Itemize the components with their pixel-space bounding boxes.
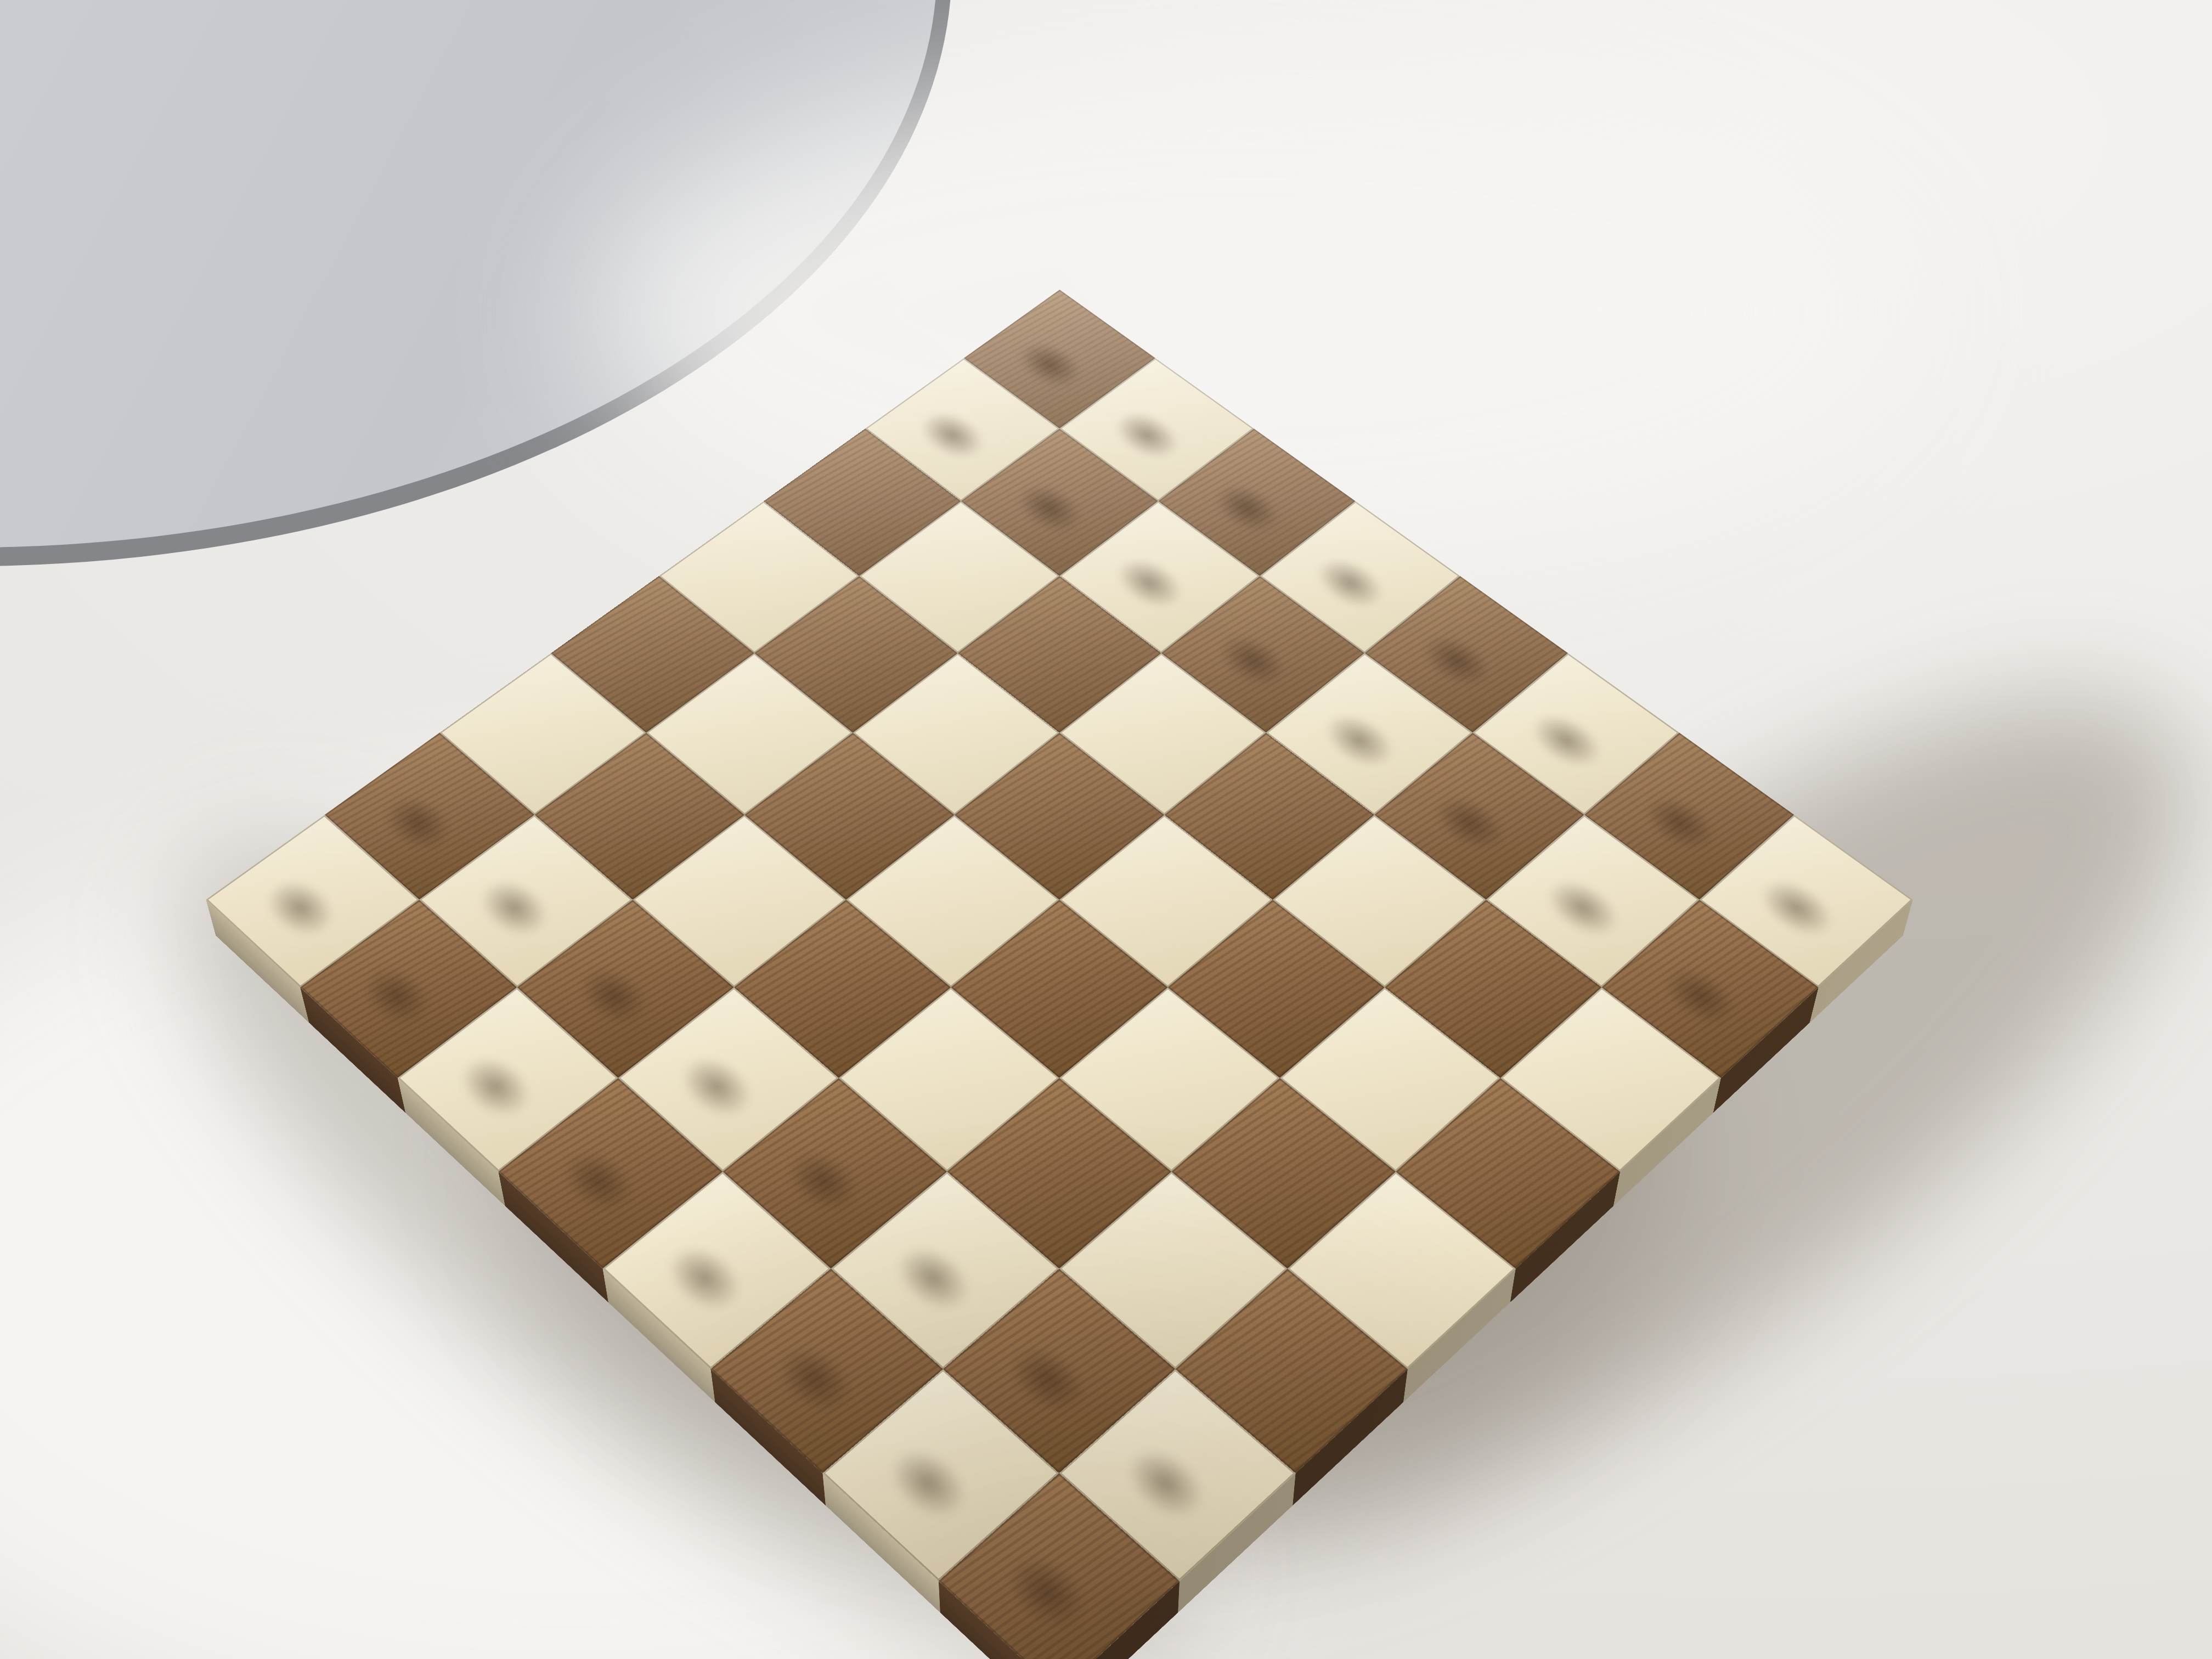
piece-glyph: ♜ [934,1323,1184,1581]
board-grid: ♜♞♝♛♚♝♞♜♟♟♟♟♟♟♟♟♟♟♟♟♟♟♟♟♜♞♝♛♚♝♞♜ [206,290,1912,1659]
studio-scene: ♜♞♝♛♚♝♞♜♟♟♟♟♟♟♟♟♟♟♟♟♟♟♟♟♜♞♝♛♚♝♞♜ [0,0,2212,1659]
chess-board: ♜♞♝♛♚♝♞♜♟♟♟♟♟♟♟♟♟♟♟♟♟♟♟♟♜♞♝♛♚♝♞♜ [206,290,1912,1659]
piece-glyph: ♟ [1628,818,1793,988]
board-perspective-scene: ♜♞♝♛♚♝♞♜♟♟♟♟♟♟♟♟♟♟♟♟♟♟♟♟♜♞♝♛♚♝♞♜ [0,0,2212,1659]
